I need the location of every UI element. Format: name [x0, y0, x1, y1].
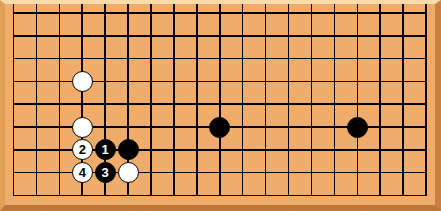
- stone-black: [347, 117, 368, 138]
- grid-line-horizontal: [13, 195, 427, 197]
- grid-line-horizontal: [13, 35, 427, 37]
- grid-line-vertical: [288, 4, 290, 196]
- stone-white: [72, 117, 93, 138]
- grid-line-horizontal: [13, 58, 427, 60]
- stone-white-move-4: 4: [72, 162, 93, 183]
- grid-line-vertical: [425, 4, 427, 196]
- grid-line-vertical: [150, 4, 152, 196]
- grid-line-vertical: [402, 4, 404, 196]
- grid-line-vertical: [265, 4, 267, 196]
- grid-line-horizontal: [13, 103, 427, 105]
- grid-line-vertical: [196, 4, 198, 196]
- grid-line-vertical: [357, 4, 359, 196]
- grid-line-vertical: [36, 4, 38, 196]
- go-diagram-frame: 2413: [0, 0, 441, 211]
- stone-black: [118, 139, 139, 160]
- stone-white: [72, 71, 93, 92]
- grid-line-vertical: [334, 4, 336, 196]
- grid-line-vertical: [379, 4, 381, 196]
- stone-white: [118, 162, 139, 183]
- grid-line-vertical: [173, 4, 175, 196]
- stone-black-move-1: 1: [95, 139, 116, 160]
- grid-line-vertical: [13, 4, 15, 196]
- grid-line-vertical: [219, 4, 221, 196]
- grid-line-vertical: [59, 4, 61, 196]
- stone-white-move-2: 2: [72, 139, 93, 160]
- go-board: 2413: [5, 4, 435, 205]
- grid-line-horizontal: [13, 12, 427, 14]
- grid-line-vertical: [311, 4, 313, 196]
- grid-line-vertical: [242, 4, 244, 196]
- stone-black-move-3: 3: [95, 162, 116, 183]
- stone-black: [209, 117, 230, 138]
